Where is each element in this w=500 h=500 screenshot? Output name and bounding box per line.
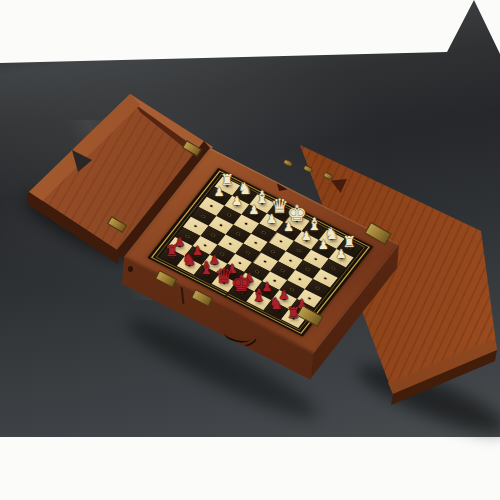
photo-travel-chess-set: ♜♞♝♛♚♝♞♜♟♟♟♟♟♟♟♟♟♟♟♟♟♟♟♟♜♞♝♛♚♝♞♜ (0, 0, 500, 500)
white-pawn: ♟ (249, 204, 260, 216)
white-pawn: ♟ (301, 230, 312, 242)
keyhole (128, 266, 133, 272)
red-queen: ♛ (215, 266, 233, 286)
white-pawn: ♟ (231, 195, 242, 207)
white-pawn: ♟ (266, 213, 277, 225)
white-pawn: ♟ (214, 186, 225, 198)
red-bishop: ♝ (199, 260, 214, 277)
red-knight: ♞ (269, 296, 283, 312)
white-pawn: ♟ (336, 248, 347, 260)
red-knight: ♞ (182, 252, 196, 268)
red-king: ♚ (231, 273, 251, 295)
red-rook: ♜ (165, 244, 178, 259)
red-bishop: ♝ (251, 286, 266, 303)
white-pawn: ♟ (318, 239, 329, 251)
white-pawn: ♟ (284, 221, 295, 233)
